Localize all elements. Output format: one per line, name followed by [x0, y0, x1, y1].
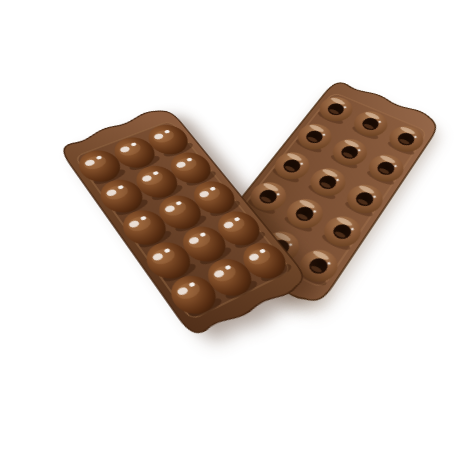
product-photo	[0, 0, 458, 458]
